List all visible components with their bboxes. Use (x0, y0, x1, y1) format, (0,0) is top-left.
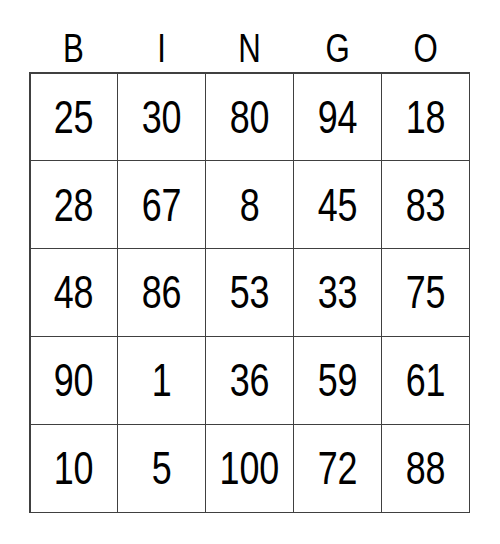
bingo-cell-r3c3[interactable]: 53 (206, 249, 292, 335)
bingo-board: 25 30 80 94 18 28 67 8 45 83 48 86 53 33… (29, 72, 470, 513)
bingo-header: B I N G O (29, 0, 470, 72)
bingo-cell-r2c2[interactable]: 67 (118, 161, 204, 247)
cell-number: 75 (405, 269, 445, 315)
bingo-cell-r2c5[interactable]: 83 (382, 161, 468, 247)
cell-number: 5 (152, 445, 172, 491)
cell-number: 83 (405, 182, 445, 228)
cell-number: 18 (405, 94, 445, 140)
bingo-cell-r5c4[interactable]: 72 (294, 425, 380, 511)
bingo-cell-r3c5[interactable]: 75 (382, 249, 468, 335)
cell-number: 72 (317, 445, 357, 491)
bingo-cell-r3c4[interactable]: 33 (294, 249, 380, 335)
bingo-cell-r4c5[interactable]: 61 (382, 337, 468, 423)
cell-number: 48 (54, 269, 94, 315)
bingo-cell-r4c3[interactable]: 36 (206, 337, 292, 423)
cell-number: 100 (220, 445, 280, 491)
bingo-cell-r1c3[interactable]: 80 (206, 74, 292, 160)
bingo-cell-r1c5[interactable]: 18 (382, 74, 468, 160)
cell-number: 36 (230, 357, 270, 403)
bingo-cell-r5c5[interactable]: 88 (382, 425, 468, 511)
bingo-cell-r4c2[interactable]: 1 (118, 337, 204, 423)
cell-number: 8 (240, 182, 260, 228)
bingo-cell-r3c1[interactable]: 48 (31, 249, 117, 335)
bingo-cell-r1c2[interactable]: 30 (118, 74, 204, 160)
cell-number: 90 (54, 357, 94, 403)
cell-number: 28 (54, 182, 94, 228)
bingo-cell-r5c2[interactable]: 5 (118, 425, 204, 511)
cell-number: 53 (230, 269, 270, 315)
cell-number: 45 (317, 182, 357, 228)
bingo-cell-r3c2[interactable]: 86 (118, 249, 204, 335)
cell-number: 88 (405, 445, 445, 491)
cell-number: 80 (230, 94, 270, 140)
bingo-cell-r5c3[interactable]: 100 (206, 425, 292, 511)
bingo-card: B I N G O 25 30 80 94 18 28 67 8 45 83 4… (29, 0, 470, 513)
bingo-cell-r2c1[interactable]: 28 (31, 161, 117, 247)
header-letter-i: I (117, 28, 205, 72)
bingo-cell-r5c1[interactable]: 10 (31, 425, 117, 511)
cell-number: 10 (54, 445, 94, 491)
cell-number: 86 (142, 269, 182, 315)
header-letter-n: N (205, 28, 293, 72)
bingo-cell-r2c4[interactable]: 45 (294, 161, 380, 247)
cell-number: 59 (317, 357, 357, 403)
bingo-cell-r2c3[interactable]: 8 (206, 161, 292, 247)
cell-number: 33 (317, 269, 357, 315)
cell-number: 25 (54, 94, 94, 140)
header-letter-g: G (294, 28, 382, 72)
bingo-cell-r1c4[interactable]: 94 (294, 74, 380, 160)
cell-number: 30 (142, 94, 182, 140)
cell-number: 1 (152, 357, 172, 403)
cell-number: 94 (317, 94, 357, 140)
bingo-cell-r1c1[interactable]: 25 (31, 74, 117, 160)
bingo-cell-r4c1[interactable]: 90 (31, 337, 117, 423)
header-letter-b: B (29, 28, 117, 72)
cell-number: 67 (142, 182, 182, 228)
cell-number: 61 (405, 357, 445, 403)
header-letter-o: O (382, 28, 470, 72)
bingo-cell-r4c4[interactable]: 59 (294, 337, 380, 423)
